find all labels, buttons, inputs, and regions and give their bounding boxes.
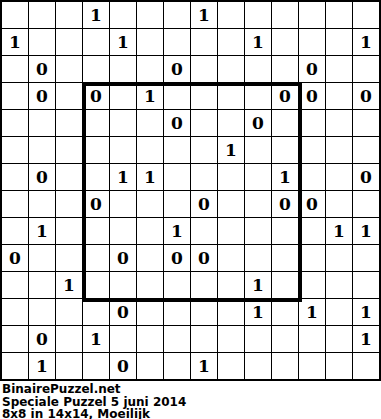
puzzle-info: 8x8 in 14x14, Moeilijk — [2, 408, 381, 419]
cell-r5c14[interactable] — [353, 110, 379, 136]
cell-r14c14[interactable] — [353, 353, 379, 379]
cell-r1c14[interactable] — [353, 2, 379, 28]
cell-r2c4[interactable] — [83, 29, 109, 55]
cell-r2c13[interactable] — [326, 29, 352, 55]
cell-r8c5[interactable] — [110, 191, 136, 217]
cell-r7c5: 1 — [110, 164, 136, 190]
cell-r9c10[interactable] — [245, 218, 271, 244]
cell-r13c12[interactable] — [299, 326, 325, 352]
cell-r12c3[interactable] — [56, 299, 82, 325]
cell-r12c9[interactable] — [218, 299, 244, 325]
cell-r9c1[interactable] — [2, 218, 28, 244]
cell-r11c6[interactable] — [137, 272, 163, 298]
cell-r1c8: 1 — [191, 2, 217, 28]
cell-r6c12[interactable] — [299, 137, 325, 163]
cell-r5c11[interactable] — [272, 110, 298, 136]
cell-r14c10[interactable] — [245, 353, 271, 379]
cell-r11c4[interactable] — [83, 272, 109, 298]
cell-r4c1[interactable] — [2, 83, 28, 109]
cell-r7c7[interactable] — [164, 164, 190, 190]
cell-r14c3[interactable] — [56, 353, 82, 379]
cell-r10c13[interactable] — [326, 245, 352, 271]
cell-r9c12[interactable] — [299, 218, 325, 244]
cell-r7c10[interactable] — [245, 164, 271, 190]
cell-r2c14: 1 — [353, 29, 379, 55]
cell-r4c3[interactable] — [56, 83, 82, 109]
cell-r14c7[interactable] — [164, 353, 190, 379]
puzzle-board: 1111110000010000010111000001111000011011… — [0, 0, 381, 381]
cell-r4c9[interactable] — [218, 83, 244, 109]
cell-r10c5: 0 — [110, 245, 136, 271]
cell-r5c2[interactable] — [29, 110, 55, 136]
cell-r9c14: 1 — [353, 218, 379, 244]
cell-r3c2: 0 — [29, 56, 55, 82]
cell-r4c6: 1 — [137, 83, 163, 109]
cell-r2c8[interactable] — [191, 29, 217, 55]
puzzle-page: 1111110000010000010111000001111000011011… — [0, 0, 381, 419]
cell-r11c13[interactable] — [326, 272, 352, 298]
cell-r6c2[interactable] — [29, 137, 55, 163]
cell-r8c1[interactable] — [2, 191, 28, 217]
cell-r12c10: 1 — [245, 299, 271, 325]
cell-r4c11: 0 — [272, 83, 298, 109]
cell-r4c2: 0 — [29, 83, 55, 109]
cell-r11c14[interactable] — [353, 272, 379, 298]
cell-r10c4[interactable] — [83, 245, 109, 271]
cell-r13c11[interactable] — [272, 326, 298, 352]
cell-r6c13[interactable] — [326, 137, 352, 163]
cell-r9c9[interactable] — [218, 218, 244, 244]
cell-r6c11[interactable] — [272, 137, 298, 163]
cell-r4c12: 0 — [299, 83, 325, 109]
cell-r12c1[interactable] — [2, 299, 28, 325]
cell-r4c13[interactable] — [326, 83, 352, 109]
cell-r3c3[interactable] — [56, 56, 82, 82]
cell-r4c14: 0 — [353, 83, 379, 109]
cell-r3c7: 0 — [164, 56, 190, 82]
cell-r7c3[interactable] — [56, 164, 82, 190]
cell-r13c9[interactable] — [218, 326, 244, 352]
cell-r12c5: 0 — [110, 299, 136, 325]
cell-r14c5: 0 — [110, 353, 136, 379]
cell-r1c11[interactable] — [272, 2, 298, 28]
cell-r10c6[interactable] — [137, 245, 163, 271]
cell-r5c13[interactable] — [326, 110, 352, 136]
cell-r6c9: 1 — [218, 137, 244, 163]
cell-r9c5[interactable] — [110, 218, 136, 244]
cell-r1c9[interactable] — [218, 2, 244, 28]
cell-r5c3[interactable] — [56, 110, 82, 136]
cell-r10c12[interactable] — [299, 245, 325, 271]
cell-r12c13[interactable] — [326, 299, 352, 325]
cell-r13c10[interactable] — [245, 326, 271, 352]
cell-r1c2[interactable] — [29, 2, 55, 28]
cell-r11c12[interactable] — [299, 272, 325, 298]
cell-r9c3[interactable] — [56, 218, 82, 244]
cell-r12c7[interactable] — [164, 299, 190, 325]
cell-r10c1: 0 — [2, 245, 28, 271]
cell-r8c2[interactable] — [29, 191, 55, 217]
cell-r8c13[interactable] — [326, 191, 352, 217]
cell-r4c8[interactable] — [191, 83, 217, 109]
cell-r8c14[interactable] — [353, 191, 379, 217]
cell-r6c8[interactable] — [191, 137, 217, 163]
cell-r8c9[interactable] — [218, 191, 244, 217]
cell-r3c12: 0 — [299, 56, 325, 82]
cell-r9c4[interactable] — [83, 218, 109, 244]
cell-r12c4[interactable] — [83, 299, 109, 325]
cell-r3c13[interactable] — [326, 56, 352, 82]
cell-r5c1[interactable] — [2, 110, 28, 136]
cell-r7c6: 1 — [137, 164, 163, 190]
cell-r11c5[interactable] — [110, 272, 136, 298]
cell-r1c5[interactable] — [110, 2, 136, 28]
cell-r9c6[interactable] — [137, 218, 163, 244]
cell-r8c6[interactable] — [137, 191, 163, 217]
cell-r11c8[interactable] — [191, 272, 217, 298]
cell-r13c7[interactable] — [164, 326, 190, 352]
cell-r7c2: 0 — [29, 164, 55, 190]
cell-r4c10[interactable] — [245, 83, 271, 109]
cell-r14c4[interactable] — [83, 353, 109, 379]
cell-r11c9[interactable] — [218, 272, 244, 298]
site-name: BinairePuzzel.net — [2, 383, 381, 396]
cell-r7c8[interactable] — [191, 164, 217, 190]
cell-r8c12: 0 — [299, 191, 325, 217]
cell-r1c7[interactable] — [164, 2, 190, 28]
cell-r8c4: 0 — [83, 191, 109, 217]
cell-r3c5[interactable] — [110, 56, 136, 82]
cell-r10c2[interactable] — [29, 245, 55, 271]
cell-r1c13[interactable] — [326, 2, 352, 28]
cell-r8c11: 0 — [272, 191, 298, 217]
cell-r6c5[interactable] — [110, 137, 136, 163]
cell-r14c8: 1 — [191, 353, 217, 379]
cell-r11c3: 1 — [56, 272, 82, 298]
cell-r13c13[interactable] — [326, 326, 352, 352]
cell-r7c1[interactable] — [2, 164, 28, 190]
cell-r14c1[interactable] — [2, 353, 28, 379]
cell-r2c6[interactable] — [137, 29, 163, 55]
cell-r1c4: 1 — [83, 2, 109, 28]
cell-r5c4[interactable] — [83, 110, 109, 136]
cell-r8c8: 0 — [191, 191, 217, 217]
cell-r1c3[interactable] — [56, 2, 82, 28]
cell-r12c11[interactable] — [272, 299, 298, 325]
cell-r3c1[interactable] — [2, 56, 28, 82]
cell-r1c6[interactable] — [137, 2, 163, 28]
cell-r14c6[interactable] — [137, 353, 163, 379]
cell-r6c6[interactable] — [137, 137, 163, 163]
cell-r1c12[interactable] — [299, 2, 325, 28]
cell-r6c10[interactable] — [245, 137, 271, 163]
cell-r7c14: 0 — [353, 164, 379, 190]
cell-r14c2: 1 — [29, 353, 55, 379]
cell-r5c12[interactable] — [299, 110, 325, 136]
cell-r3c8[interactable] — [191, 56, 217, 82]
cell-r7c9[interactable] — [218, 164, 244, 190]
cell-r2c11[interactable] — [272, 29, 298, 55]
cell-r3c11[interactable] — [272, 56, 298, 82]
cell-r5c8[interactable] — [191, 110, 217, 136]
cell-r4c5[interactable] — [110, 83, 136, 109]
cell-r12c2[interactable] — [29, 299, 55, 325]
cell-r5c9[interactable] — [218, 110, 244, 136]
cell-r8c7[interactable] — [164, 191, 190, 217]
cell-r14c12[interactable] — [299, 353, 325, 379]
cell-r11c2[interactable] — [29, 272, 55, 298]
cell-r2c3[interactable] — [56, 29, 82, 55]
cell-r2c5: 1 — [110, 29, 136, 55]
cell-r2c2[interactable] — [29, 29, 55, 55]
cell-r4c4: 0 — [83, 83, 109, 109]
cell-r10c9[interactable] — [218, 245, 244, 271]
cell-r11c11[interactable] — [272, 272, 298, 298]
cell-r12c6[interactable] — [137, 299, 163, 325]
cell-r9c2: 1 — [29, 218, 55, 244]
cell-r3c4[interactable] — [83, 56, 109, 82]
cell-r11c1[interactable] — [2, 272, 28, 298]
cell-r7c12[interactable] — [299, 164, 325, 190]
cell-r9c11[interactable] — [272, 218, 298, 244]
cell-r5c6[interactable] — [137, 110, 163, 136]
cell-r9c8[interactable] — [191, 218, 217, 244]
cell-r10c7: 0 — [164, 245, 190, 271]
cell-r5c10: 0 — [245, 110, 271, 136]
cell-r10c10[interactable] — [245, 245, 271, 271]
cell-r3c14[interactable] — [353, 56, 379, 82]
cell-r13c4: 1 — [83, 326, 109, 352]
cell-r1c1[interactable] — [2, 2, 28, 28]
cell-r4c7[interactable] — [164, 83, 190, 109]
cell-r13c8[interactable] — [191, 326, 217, 352]
cell-r13c2: 0 — [29, 326, 55, 352]
cell-r2c7[interactable] — [164, 29, 190, 55]
cell-r6c1[interactable] — [2, 137, 28, 163]
cell-r10c3[interactable] — [56, 245, 82, 271]
cell-r10c8: 0 — [191, 245, 217, 271]
cell-r2c12[interactable] — [299, 29, 325, 55]
cell-r8c3[interactable] — [56, 191, 82, 217]
cell-r7c13[interactable] — [326, 164, 352, 190]
cell-r10c14[interactable] — [353, 245, 379, 271]
cell-r13c3[interactable] — [56, 326, 82, 352]
cell-r6c7[interactable] — [164, 137, 190, 163]
cell-r3c6[interactable] — [137, 56, 163, 82]
cell-r2c10: 1 — [245, 29, 271, 55]
cell-r2c1: 1 — [2, 29, 28, 55]
cell-r14c11[interactable] — [272, 353, 298, 379]
cell-r8c10[interactable] — [245, 191, 271, 217]
cell-r13c6[interactable] — [137, 326, 163, 352]
cell-r13c1[interactable] — [2, 326, 28, 352]
cell-r7c4[interactable] — [83, 164, 109, 190]
cell-r14c9[interactable] — [218, 353, 244, 379]
cell-r6c3[interactable] — [56, 137, 82, 163]
cell-r9c7: 1 — [164, 218, 190, 244]
cell-r14c13[interactable] — [326, 353, 352, 379]
cell-r7c11: 1 — [272, 164, 298, 190]
cell-r12c8[interactable] — [191, 299, 217, 325]
cell-r11c7[interactable] — [164, 272, 190, 298]
cell-r12c12: 1 — [299, 299, 325, 325]
cell-r13c5[interactable] — [110, 326, 136, 352]
cell-r9c13: 1 — [326, 218, 352, 244]
cell-r11c10: 1 — [245, 272, 271, 298]
cell-r5c7: 0 — [164, 110, 190, 136]
cell-r1c10[interactable] — [245, 2, 271, 28]
cell-r13c14: 1 — [353, 326, 379, 352]
footer: BinairePuzzel.net Speciale Puzzel 5 juni… — [2, 383, 381, 419]
cell-r5c5[interactable] — [110, 110, 136, 136]
cell-r10c11[interactable] — [272, 245, 298, 271]
cell-r3c9[interactable] — [218, 56, 244, 82]
cell-r6c4[interactable] — [83, 137, 109, 163]
cell-r3c10[interactable] — [245, 56, 271, 82]
cell-r2c9[interactable] — [218, 29, 244, 55]
cell-r12c14: 1 — [353, 299, 379, 325]
cell-r6c14[interactable] — [353, 137, 379, 163]
